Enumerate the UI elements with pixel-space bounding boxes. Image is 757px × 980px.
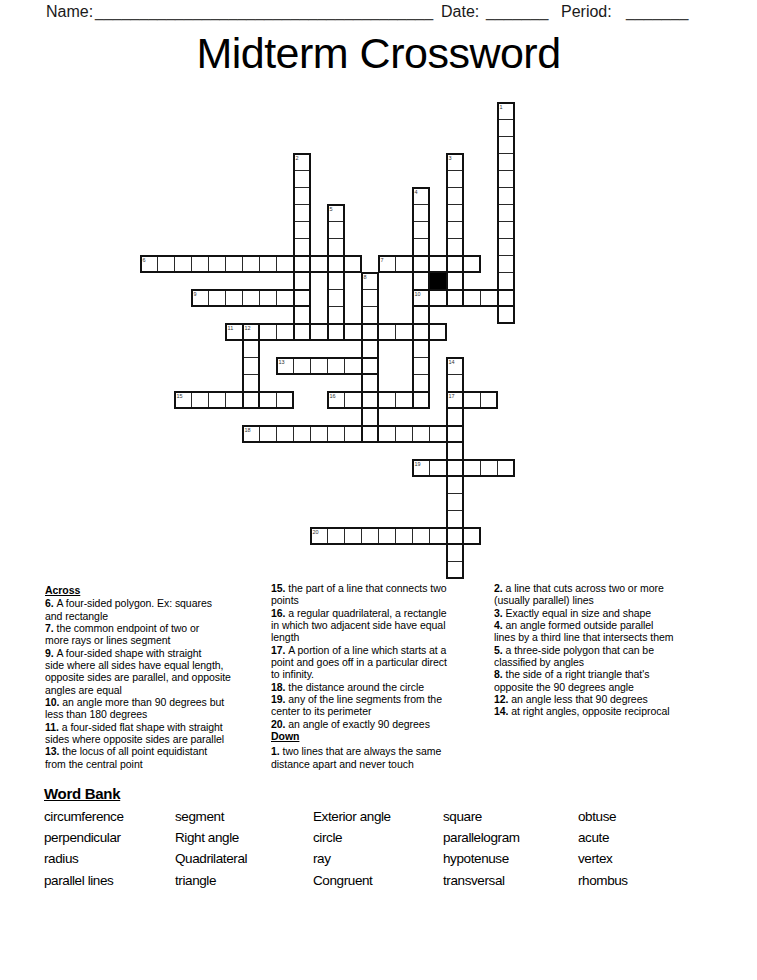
clue-text: two lines that are always the same dista…	[271, 745, 441, 769]
grid-cell-r13c6[interactable]	[242, 323, 260, 341]
grid-cell-r4c21[interactable]	[497, 170, 515, 188]
grid-cell-r13c17[interactable]	[429, 323, 447, 341]
grid-cell-r16c6[interactable]	[242, 374, 260, 392]
grid-cell-r25c19[interactable]	[463, 527, 481, 545]
grid-cell-r17c20[interactable]	[480, 391, 498, 409]
grid-cell-r15c11[interactable]	[327, 357, 345, 375]
clue-text: a line that cuts across two or more (usu…	[494, 582, 664, 606]
grid-cell-r9c4[interactable]	[208, 255, 226, 273]
grid-cell-r8c16[interactable]	[412, 238, 430, 256]
grid-cell-r13c8[interactable]	[276, 323, 294, 341]
grid-cell-r9c0[interactable]	[140, 255, 158, 273]
clue-4: 4. an angle formed outside parallel line…	[494, 619, 742, 644]
grid-cell-r16c16[interactable]	[412, 374, 430, 392]
clue-14: 14. at right angles, opposite reciprocal	[494, 705, 742, 717]
word-bank-item-perpendicular: perpendicular	[44, 827, 124, 848]
clue-number: 5.	[494, 644, 506, 656]
clue-number: 19.	[271, 693, 288, 705]
clue-text: the distance around the circle	[288, 681, 424, 693]
clue-text: the part of a line that connects two poi…	[271, 582, 446, 606]
clue-text: the side of a right triangle that's oppo…	[494, 668, 649, 692]
clue-text: an angle of exactly 90 degrees	[288, 718, 430, 730]
word-bank-item-congruent: Congruent	[313, 870, 391, 891]
grid-cell-r15c12[interactable]	[344, 357, 362, 375]
clue-text: an angle less that 90 degrees	[511, 693, 647, 705]
grid-cell-r23c18[interactable]	[446, 493, 464, 511]
grid-cell-r13c7[interactable]	[259, 323, 277, 341]
grid-cell-r13c14[interactable]	[378, 323, 396, 341]
grid-cell-r19c8[interactable]	[276, 425, 294, 443]
grid-cell-r25c16[interactable]	[412, 527, 430, 545]
word-bank-item-circle: circle	[313, 827, 391, 848]
grid-cell-r9c3[interactable]	[191, 255, 209, 273]
clue-19: 19. any of the line segments from the ce…	[271, 693, 507, 718]
across-header: Across	[45, 584, 275, 596]
grid-cell-r19c7[interactable]	[259, 425, 277, 443]
blocked-cell-r10c17	[429, 272, 447, 290]
clue-text: at right angles, opposite reciprocal	[511, 705, 669, 717]
grid-cell-r15c18[interactable]	[446, 357, 464, 375]
grid-cell-r6c16[interactable]	[412, 204, 430, 222]
grid-cell-r15c6[interactable]	[242, 357, 260, 375]
clue-text: the locus of all point equidistant from …	[45, 745, 207, 769]
grid-cell-r15c10[interactable]	[310, 357, 328, 375]
grid-cell-r9c6[interactable]	[242, 255, 260, 273]
clue-number: 9.	[45, 647, 57, 659]
grid-cell-r11c18[interactable]	[446, 289, 464, 307]
word-bank-item-rhombus: rhombus	[578, 870, 628, 891]
grid-cell-r11c3[interactable]	[191, 289, 209, 307]
grid-cell-r25c15[interactable]	[395, 527, 413, 545]
grid-cell-r8c18[interactable]	[446, 238, 464, 256]
grid-cell-r4c9[interactable]	[293, 170, 311, 188]
clue-17: 17. A portion of a line which starts at …	[271, 644, 507, 681]
word-bank-item-parallelogram: parallelogram	[443, 827, 520, 848]
grid-cell-r9c7[interactable]	[259, 255, 277, 273]
word-bank-item-transversal: transversal	[443, 870, 520, 891]
grid-cell-r12c21[interactable]	[497, 306, 515, 324]
word-bank-item-square: square	[443, 806, 520, 827]
middle-clues-column: 15. the part of a line that connects two…	[271, 582, 507, 770]
grid-cell-r15c16[interactable]	[412, 357, 430, 375]
grid-cell-r19c12[interactable]	[344, 425, 362, 443]
grid-cell-r25c17[interactable]	[429, 527, 447, 545]
clue-13: 13. the locus of all point equidistant f…	[45, 745, 275, 770]
grid-cell-r7c21[interactable]	[497, 221, 515, 239]
grid-cell-r8c9[interactable]	[293, 238, 311, 256]
grid-cell-r21c18[interactable]	[446, 459, 464, 477]
grid-cell-r13c15[interactable]	[395, 323, 413, 341]
grid-cell-r9c17[interactable]	[429, 255, 447, 273]
period-label: Period:	[561, 3, 612, 21]
clue-text: an angle more than 90 degrees but less t…	[45, 696, 224, 720]
word-bank-item-radius: radius	[44, 848, 124, 869]
clue-12: 12. an angle less that 90 degrees	[494, 693, 742, 705]
grid-cell-r13c16[interactable]	[412, 323, 430, 341]
grid-cell-r10c9[interactable]	[293, 272, 311, 290]
grid-cell-r13c5[interactable]	[225, 323, 243, 341]
grid-cell-r7c18[interactable]	[446, 221, 464, 239]
grid-cell-r10c11[interactable]	[327, 272, 345, 290]
grid-cell-r20c18[interactable]	[446, 442, 464, 460]
grid-cell-r21c20[interactable]	[480, 459, 498, 477]
grid-cell-r17c16[interactable]	[412, 391, 430, 409]
grid-cell-r11c4[interactable]	[208, 289, 226, 307]
word-bank-item-right-angle: Right angle	[175, 827, 247, 848]
grid-cell-r3c9[interactable]	[293, 153, 311, 171]
grid-cell-r11c8[interactable]	[276, 289, 294, 307]
grid-cell-r11c20[interactable]	[480, 289, 498, 307]
clue-10: 10. an angle more than 90 degrees but le…	[45, 696, 275, 721]
clue-number: 4.	[494, 619, 506, 631]
grid-cell-r17c14[interactable]	[378, 391, 396, 409]
grid-cell-r12c11[interactable]	[327, 306, 345, 324]
grid-cell-r4c18[interactable]	[446, 170, 464, 188]
grid-cell-r21c17[interactable]	[429, 459, 447, 477]
grid-cell-r17c8[interactable]	[276, 391, 294, 409]
grid-cell-r1c21[interactable]	[497, 119, 515, 137]
grid-cell-r15c13[interactable]	[361, 357, 379, 375]
grid-cell-r21c16[interactable]	[412, 459, 430, 477]
word-bank-item-vertex: vertex	[578, 848, 628, 869]
grid-cell-r9c15[interactable]	[395, 255, 413, 273]
clue-text: an angle formed outside parallel lines b…	[494, 619, 673, 643]
grid-cell-r9c1[interactable]	[157, 255, 175, 273]
clue-number: 10.	[45, 696, 62, 708]
grid-cell-r19c18[interactable]	[446, 425, 464, 443]
grid-cell-r9c9[interactable]	[293, 255, 311, 273]
grid-cell-r19c15[interactable]	[395, 425, 413, 443]
clue-number: 7.	[45, 622, 57, 634]
clue-20: 20. an angle of exactly 90 degrees	[271, 718, 507, 730]
grid-cell-r11c5[interactable]	[225, 289, 243, 307]
grid-cell-r16c18[interactable]	[446, 374, 464, 392]
clue-number: 1.	[271, 745, 283, 757]
grid-cell-r11c7[interactable]	[259, 289, 277, 307]
grid-cell-r25c12[interactable]	[344, 527, 362, 545]
clue-5: 5. a three-side polygon that can be clas…	[494, 644, 742, 669]
grid-cell-r17c4[interactable]	[208, 391, 226, 409]
grid-cell-r8c21[interactable]	[497, 238, 515, 256]
grid-cell-r3c18[interactable]	[446, 153, 464, 171]
grid-cell-r6c9[interactable]	[293, 204, 311, 222]
word-bank-item-triangle: triangle	[175, 870, 247, 891]
grid-cell-r11c19[interactable]	[463, 289, 481, 307]
clue-number: 14.	[494, 705, 511, 717]
clue-text: any of the line segments from the center…	[271, 693, 442, 717]
grid-cell-r11c21[interactable]	[497, 289, 515, 307]
clue-number: 2.	[494, 582, 506, 594]
word-bank-column-2: segmentRight angleQuadrilateraltriangle	[175, 806, 247, 891]
grid-cell-r13c13[interactable]	[361, 323, 379, 341]
grid-cell-r11c13[interactable]	[361, 289, 379, 307]
word-bank-item-quadrilateral: Quadrilateral	[175, 848, 247, 869]
grid-cell-r14c13[interactable]	[361, 340, 379, 358]
word-bank: Word Bank circumferenceperpendicularradi…	[44, 785, 744, 802]
word-bank-item-obtuse: obtuse	[578, 806, 628, 827]
across-clues-column: Across6. A four-sided polygon. Ex: squar…	[45, 584, 275, 770]
grid-cell-r18c13[interactable]	[361, 408, 379, 426]
clue-3: 3. Exactly equal in size and shape	[494, 607, 742, 619]
grid-cell-r19c10[interactable]	[310, 425, 328, 443]
grid-cell-r7c9[interactable]	[293, 221, 311, 239]
grid-cell-r21c21[interactable]	[497, 459, 515, 477]
clue-9: 9. A four-sided shape with straight side…	[45, 647, 275, 696]
word-bank-item-ray: ray	[313, 848, 391, 869]
date-label: Date:	[441, 3, 479, 21]
grid-cell-r17c2[interactable]	[174, 391, 192, 409]
grid-cell-r6c21[interactable]	[497, 204, 515, 222]
clue-number: 6.	[45, 597, 57, 609]
grid-cell-r18c18[interactable]	[446, 408, 464, 426]
clue-number: 15.	[271, 582, 288, 594]
grid-cell-r15c9[interactable]	[293, 357, 311, 375]
grid-cell-r22c18[interactable]	[446, 476, 464, 494]
grid-cell-r9c2[interactable]	[174, 255, 192, 273]
word-bank-column-3: Exterior anglecirclerayCongruent	[313, 806, 391, 891]
word-bank-item-parallel-lines: parallel lines	[44, 870, 124, 891]
grid-cell-r19c16[interactable]	[412, 425, 430, 443]
grid-cell-r19c17[interactable]	[429, 425, 447, 443]
clue-number: 11.	[45, 721, 62, 733]
grid-cell-r3c21[interactable]	[497, 153, 515, 171]
grid-cell-r17c5[interactable]	[225, 391, 243, 409]
clue-number: 16.	[271, 607, 288, 619]
grid-cell-r25c11[interactable]	[327, 527, 345, 545]
clue-number: 8.	[494, 668, 506, 680]
word-bank-item-segment: segment	[175, 806, 247, 827]
clue-text: the common endpoint of two or more rays …	[45, 622, 199, 646]
grid-cell-r13c10[interactable]	[310, 323, 328, 341]
clue-8: 8. the side of a right triangle that's o…	[494, 668, 742, 693]
grid-cell-r9c18[interactable]	[446, 255, 464, 273]
grid-cell-r27c18[interactable]	[446, 561, 464, 579]
grid-cell-r10c21[interactable]	[497, 272, 515, 290]
clue-number: 20.	[271, 718, 288, 730]
word-bank-item-exterior-angle: Exterior angle	[313, 806, 391, 827]
word-bank-column-1: circumferenceperpendicularradiusparallel…	[44, 806, 124, 891]
grid-cell-r19c6[interactable]	[242, 425, 260, 443]
date-blank-line[interactable]: _______	[486, 3, 548, 21]
grid-cell-r8c11[interactable]	[327, 238, 345, 256]
name-blank-line[interactable]: ______________________________________	[95, 3, 433, 21]
grid-cell-r17c19[interactable]	[463, 391, 481, 409]
word-bank-header: Word Bank	[44, 785, 744, 802]
clue-number: 12.	[494, 693, 511, 705]
grid-cell-r12c16[interactable]	[412, 306, 430, 324]
grid-cell-r13c11[interactable]	[327, 323, 345, 341]
grid-cell-r9c5[interactable]	[225, 255, 243, 273]
grid-cell-r17c13[interactable]	[361, 391, 379, 409]
clue-16: 16. a regular quadrilateral, a rectangle…	[271, 607, 507, 644]
grid-cell-r16c13[interactable]	[361, 374, 379, 392]
grid-cell-r11c17[interactable]	[429, 289, 447, 307]
grid-cell-r5c9[interactable]	[293, 187, 311, 205]
clue-7: 7. the common endpoint of two or more ra…	[45, 622, 275, 647]
grid-cell-r6c11[interactable]	[327, 204, 345, 222]
grid-cell-r7c11[interactable]	[327, 221, 345, 239]
page-title: Midterm Crossword	[0, 29, 757, 78]
word-bank-item-circumference: circumference	[44, 806, 124, 827]
grid-cell-r9c11[interactable]	[327, 255, 345, 273]
grid-cell-r17c7[interactable]	[259, 391, 277, 409]
grid-cell-r9c10[interactable]	[310, 255, 328, 273]
clue-1: 1. two lines that are always the same di…	[271, 745, 507, 770]
grid-cell-r25c14[interactable]	[378, 527, 396, 545]
grid-cell-r17c11[interactable]	[327, 391, 345, 409]
grid-cell-r0c21[interactable]	[497, 102, 515, 120]
grid-cell-r11c9[interactable]	[293, 289, 311, 307]
grid-cell-r17c18[interactable]	[446, 391, 464, 409]
clue-number: 13.	[45, 745, 62, 757]
grid-cell-r15c8[interactable]	[276, 357, 294, 375]
grid-cell-r21c19[interactable]	[463, 459, 481, 477]
grid-cell-r17c12[interactable]	[344, 391, 362, 409]
grid-cell-r17c15[interactable]	[395, 391, 413, 409]
grid-cell-r9c16[interactable]	[412, 255, 430, 273]
grid-cell-r25c10[interactable]	[310, 527, 328, 545]
grid-cell-r17c6[interactable]	[242, 391, 260, 409]
clue-text: A portion of a line which starts at a po…	[271, 644, 447, 681]
grid-cell-r2c21[interactable]	[497, 136, 515, 154]
grid-cell-r9c21[interactable]	[497, 255, 515, 273]
clue-15: 15. the part of a line that connects two…	[271, 582, 507, 607]
grid-cell-r7c16[interactable]	[412, 221, 430, 239]
grid-cell-r19c9[interactable]	[293, 425, 311, 443]
word-bank-item-hypotenuse: hypotenuse	[443, 848, 520, 869]
grid-cell-r19c11[interactable]	[327, 425, 345, 443]
grid-cell-r13c9[interactable]	[293, 323, 311, 341]
clue-18: 18. the distance around the circle	[271, 681, 507, 693]
grid-cell-r5c16[interactable]	[412, 187, 430, 205]
clue-11: 11. a four-sided flat shape with straigh…	[45, 721, 275, 746]
grid-cell-r14c16[interactable]	[412, 340, 430, 358]
grid-cell-r9c8[interactable]	[276, 255, 294, 273]
clue-number: 18.	[271, 681, 288, 693]
clue-text: a four-sided flat shape with straight si…	[45, 721, 224, 745]
grid-cell-r13c12[interactable]	[344, 323, 362, 341]
grid-cell-r5c21[interactable]	[497, 187, 515, 205]
clue-text: A four-sided shape with straight side wh…	[45, 647, 231, 696]
clue-text: Exactly equal in size and shape	[506, 607, 652, 619]
grid-cell-r11c11[interactable]	[327, 289, 345, 307]
word-bank-column-5: obtuseacutevertexrhombus	[578, 806, 628, 891]
clue-text: a three-side polygon that can be classif…	[494, 644, 654, 668]
grid-cell-r6c18[interactable]	[446, 204, 464, 222]
grid-cell-r24c18[interactable]	[446, 510, 464, 528]
grid-cell-r10c18[interactable]	[446, 272, 464, 290]
grid-cell-r9c12[interactable]	[344, 255, 362, 273]
grid-cell-r12c13[interactable]	[361, 306, 379, 324]
clue-2: 2. a line that cuts across two or more (…	[494, 582, 742, 607]
grid-cell-r19c14[interactable]	[378, 425, 396, 443]
grid-cell-r10c16[interactable]	[412, 272, 430, 290]
clue-text: a regular quadrilateral, a rectangle in …	[271, 607, 446, 644]
period-blank-line[interactable]: _______	[626, 3, 688, 21]
down-header: Down	[271, 730, 507, 742]
down-clues-column: 2. a line that cuts across two or more (…	[494, 582, 742, 718]
name-label: Name:	[46, 3, 93, 21]
clue-6: 6. A four-sided polygon. Ex: squares and…	[45, 597, 275, 622]
grid-cell-r14c6[interactable]	[242, 340, 260, 358]
grid-cell-r9c14[interactable]	[378, 255, 396, 273]
grid-cell-r11c6[interactable]	[242, 289, 260, 307]
grid-cell-r11c16[interactable]	[412, 289, 430, 307]
grid-cell-r19c13[interactable]	[361, 425, 379, 443]
grid-cell-r26c18[interactable]	[446, 544, 464, 562]
grid-cell-r25c18[interactable]	[446, 527, 464, 545]
grid-cell-r17c3[interactable]	[191, 391, 209, 409]
clue-number: 17.	[271, 644, 288, 656]
grid-cell-r9c19[interactable]	[463, 255, 481, 273]
grid-cell-r10c13[interactable]	[361, 272, 379, 290]
word-bank-item-acute: acute	[578, 827, 628, 848]
grid-cell-r5c18[interactable]	[446, 187, 464, 205]
clue-text: A four-sided polygon. Ex: squares and re…	[45, 597, 212, 621]
grid-cell-r12c9[interactable]	[293, 306, 311, 324]
clue-number: 3.	[494, 607, 506, 619]
grid-cell-r25c13[interactable]	[361, 527, 379, 545]
word-bank-column-4: squareparallelogramhypotenusetransversal	[443, 806, 520, 891]
